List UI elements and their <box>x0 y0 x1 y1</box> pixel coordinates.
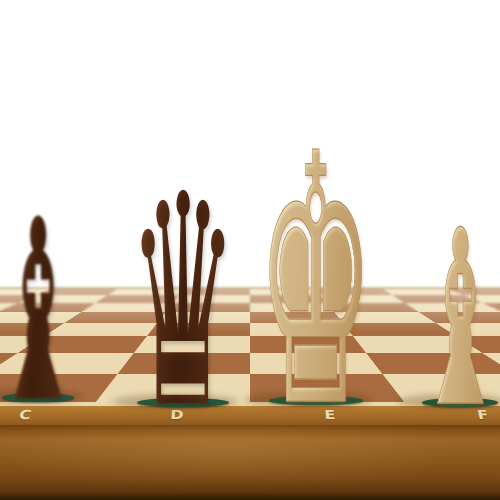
queen-glyph: ♛ <box>128 156 238 448</box>
bishop-glyph: ♝ <box>417 198 500 440</box>
product-photo-scene: CDEF ♝♛♚♝ <box>0 0 500 500</box>
king-glyph: ♚ <box>257 109 375 454</box>
bishop-glyph: ♝ <box>0 187 83 437</box>
